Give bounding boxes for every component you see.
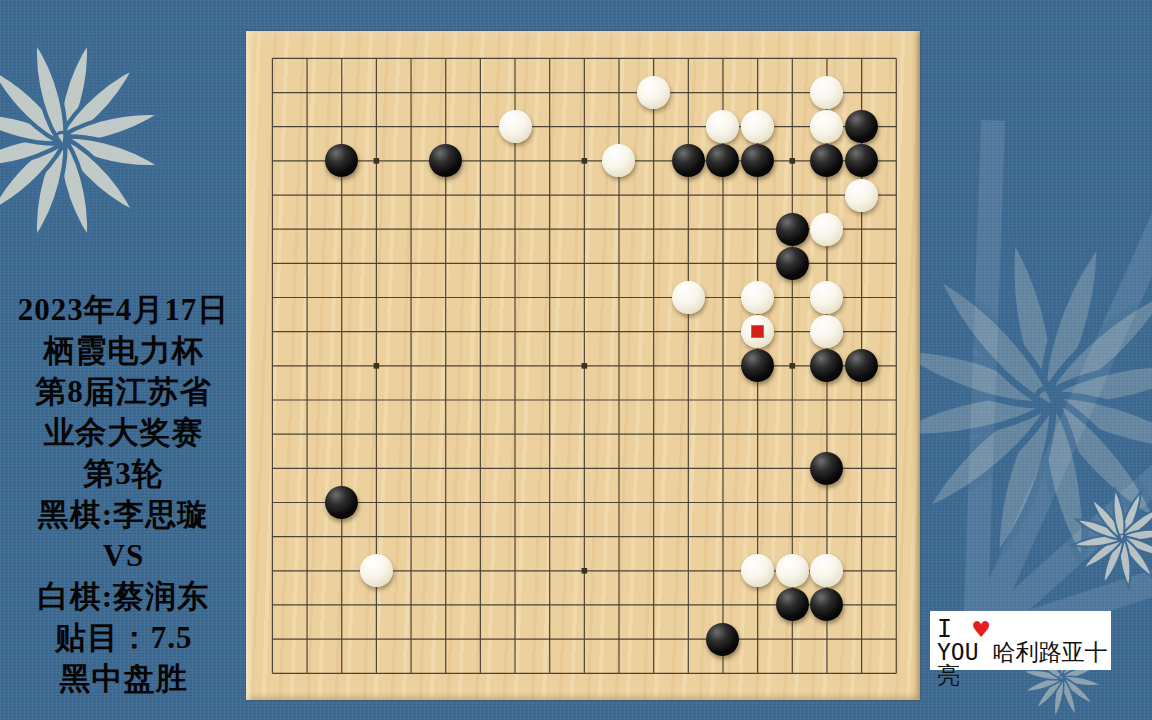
stone-white[interactable] (637, 76, 670, 109)
stone-white[interactable] (810, 315, 843, 348)
info-line-komi: 贴目：7.5 (0, 617, 247, 658)
stone-white[interactable] (810, 281, 843, 314)
info-line-tournament: 业余大奖赛 (0, 412, 247, 453)
stones-grid (255, 41, 913, 690)
info-line-event: 栖霞电力杯 (0, 330, 247, 371)
info-line-vs: VS (0, 535, 247, 576)
stone-black[interactable] (810, 349, 843, 382)
stone-white[interactable] (741, 281, 774, 314)
stone-black[interactable] (741, 349, 774, 382)
info-line-edition: 第8届江苏省 (0, 371, 247, 412)
stone-black[interactable] (325, 486, 358, 519)
info-line-round: 第3轮 (0, 453, 247, 494)
go-board[interactable] (246, 31, 920, 700)
stone-white[interactable] (810, 110, 843, 143)
watermark-badge: I ♥ YOU 哈利路亚十亮 (930, 611, 1111, 670)
watermark-line2: YOU 哈利路亚十亮 (937, 641, 1111, 687)
stone-black[interactable] (672, 144, 705, 177)
stone-black[interactable] (776, 588, 809, 621)
stone-white[interactable] (776, 554, 809, 587)
stone-black[interactable] (810, 452, 843, 485)
stone-white[interactable] (741, 110, 774, 143)
info-line-date: 2023年4月17日 (0, 289, 247, 330)
stone-white[interactable] (499, 110, 532, 143)
screenshot-stage: 2023年4月17日 栖霞电力杯 第8届江苏省 业余大奖赛 第3轮 黑棋:李思璇… (0, 0, 1152, 720)
stone-black[interactable] (706, 144, 739, 177)
tournament-info-panel: 2023年4月17日 栖霞电力杯 第8届江苏省 业余大奖赛 第3轮 黑棋:李思璇… (0, 289, 247, 699)
last-move-marker (752, 326, 763, 337)
stone-white[interactable] (602, 144, 635, 177)
watermark-line1: I ♥ (937, 616, 993, 641)
stone-black[interactable] (429, 144, 462, 177)
stone-black[interactable] (325, 144, 358, 177)
info-line-white-player: 白棋:蔡润东 (0, 576, 247, 617)
stone-black[interactable] (845, 144, 878, 177)
stone-white[interactable] (810, 213, 843, 246)
stone-black[interactable] (845, 349, 878, 382)
stone-white[interactable] (810, 554, 843, 587)
stone-white[interactable] (810, 76, 843, 109)
stone-black[interactable] (706, 623, 739, 656)
stone-black[interactable] (810, 588, 843, 621)
stone-black[interactable] (776, 247, 809, 280)
info-line-black-player: 黑棋:李思璇 (0, 494, 247, 535)
stone-black[interactable] (810, 144, 843, 177)
stone-black[interactable] (776, 213, 809, 246)
stone-white[interactable] (360, 554, 393, 587)
stone-white[interactable] (741, 315, 774, 348)
stone-white[interactable] (672, 281, 705, 314)
stone-white[interactable] (845, 179, 878, 212)
info-line-result: 黑中盘胜 (0, 658, 247, 699)
stone-black[interactable] (741, 144, 774, 177)
stone-white[interactable] (741, 554, 774, 587)
stone-white[interactable] (706, 110, 739, 143)
stone-black[interactable] (845, 110, 878, 143)
